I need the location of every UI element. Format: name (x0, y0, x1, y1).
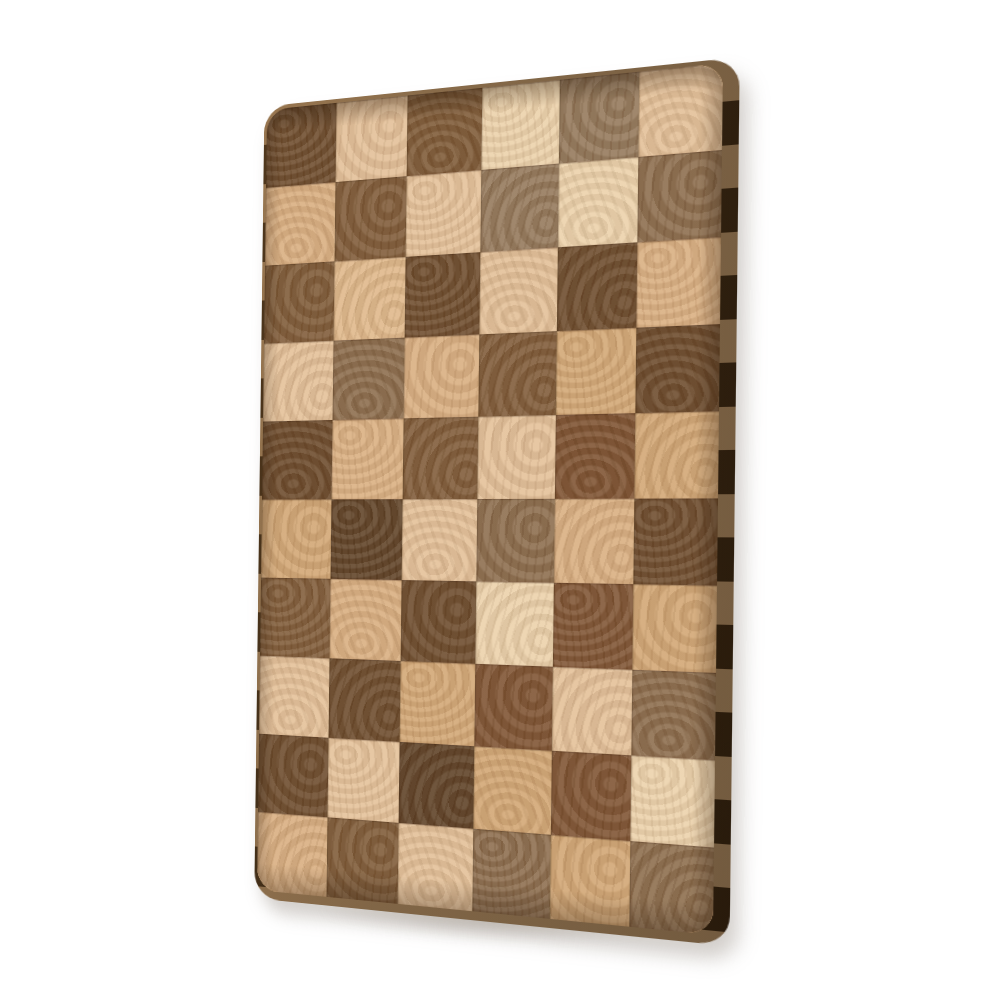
board-cell (477, 415, 555, 499)
board-cell (476, 499, 554, 583)
board-cell (404, 334, 479, 418)
board-cell (332, 338, 405, 420)
board-cell (335, 95, 408, 182)
board-cell (398, 823, 473, 911)
board-cell (265, 182, 335, 266)
board-cell (481, 80, 559, 170)
board-cell (474, 664, 552, 751)
board-cell (556, 328, 637, 415)
board-cell (400, 661, 475, 746)
board-cell (557, 242, 638, 331)
board-cell (473, 746, 551, 835)
board-cell (263, 341, 333, 422)
board-cell (402, 499, 477, 581)
board-cell (328, 658, 401, 742)
board-cell (405, 252, 480, 337)
board-cell (638, 150, 722, 242)
board-cell (636, 324, 720, 413)
board-cell (403, 417, 478, 500)
board-cell (559, 72, 640, 164)
board-cell (475, 581, 553, 666)
board-cell (259, 656, 329, 738)
board-cell (634, 498, 718, 585)
board-cell (327, 738, 400, 823)
board-cell (334, 176, 407, 261)
checkerboard-face (257, 63, 723, 935)
board-cell (554, 413, 635, 499)
board-cell (329, 579, 402, 661)
board-cell (631, 755, 715, 847)
board-cell (635, 411, 719, 498)
board-cell (258, 734, 328, 818)
board-cell (262, 420, 332, 500)
board-cell (407, 88, 482, 176)
board-cell (399, 742, 474, 829)
board-cell (330, 499, 403, 580)
board-cell (549, 835, 630, 927)
board-cell (472, 829, 550, 919)
board-cell (257, 812, 327, 897)
board-cell (480, 164, 558, 253)
board-cell (264, 261, 334, 343)
board-cell (637, 237, 721, 328)
board-cell (406, 170, 481, 257)
board-cell (551, 667, 632, 756)
board-cell (553, 499, 634, 585)
board-cell (550, 751, 631, 841)
board-cell (632, 670, 716, 760)
board-cell (260, 578, 330, 659)
board-cell (326, 817, 399, 904)
board-cell (478, 331, 556, 417)
board-cell (639, 63, 723, 157)
board-cell (552, 583, 633, 670)
product-photo (0, 0, 1000, 1000)
board-cell (331, 418, 404, 499)
board-cell (630, 841, 714, 935)
board-cell (266, 103, 336, 188)
board-cell (558, 157, 639, 247)
cutting-board (257, 63, 723, 935)
board-cell (479, 247, 557, 334)
board-cell (333, 257, 406, 341)
board-cell (633, 584, 717, 673)
board-cell (261, 499, 331, 578)
board-cell (401, 580, 476, 664)
